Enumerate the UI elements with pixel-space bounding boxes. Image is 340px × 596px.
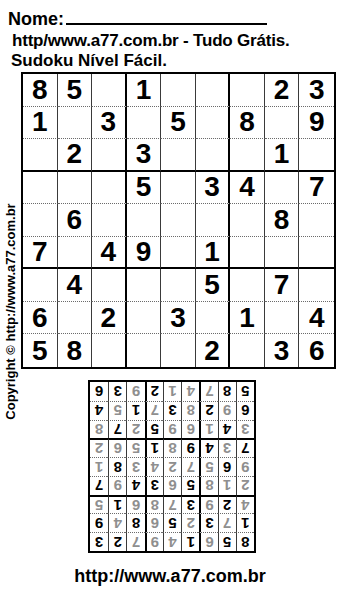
puzzle-cell-r6c1: 7 [23,237,58,270]
puzzle-cell-r4c5 [161,172,196,205]
solution-cell-r7c6: 5 [145,420,163,439]
solution-cell-r5c1: 9 [236,457,254,476]
puzzle-cell-r2c8 [265,107,300,140]
solution-cell-r7c9: 8 [90,420,108,439]
solution-cell-r5c7: 3 [126,457,144,476]
puzzle-cell-r7c5 [161,269,196,302]
puzzle-cell-r8c5: 3 [161,302,196,335]
puzzle-cell-r5c4 [127,204,162,237]
puzzle-cell-r2c9: 9 [299,107,334,140]
solution-cell-r3c8: 1 [108,495,126,514]
solution-cell-r4c7: 4 [126,476,144,495]
solution-cell-r8c3: 2 [199,401,217,420]
puzzle-cell-r7c9 [299,269,334,302]
solution-cell-r5c9: 1 [90,457,108,476]
puzzle-cell-r4c8 [265,172,300,205]
solution-cell-r8c4: 8 [181,401,199,420]
solution-cell-r4c9: 7 [90,476,108,495]
copyright-vertical-text: Copyright © http://www.a77.com.br [3,162,20,462]
footer-url: http://www.a77.com.br [0,566,340,587]
puzzle-cell-r8c3: 2 [92,302,127,335]
solution-cell-r6c9: 2 [90,438,108,457]
puzzle-cell-r3c4: 3 [127,139,162,172]
solution-cell-r7c2: 4 [218,420,236,439]
solution-cell-r9c3: 7 [199,382,217,401]
puzzle-cell-r9c6: 2 [196,334,231,367]
solution-cell-r8c8: 5 [108,401,126,420]
solution-cell-r5c8: 8 [108,457,126,476]
site-tagline: http/www.a77.com.br - Tudo Grátis. [12,31,290,51]
puzzle-cell-r5c5 [161,204,196,237]
solution-sudoku-grid-rotated: 8561497231732568494293786152185634979657… [88,380,256,553]
puzzle-cell-r7c4 [127,269,162,302]
solution-cell-r6c5: 8 [163,438,181,457]
puzzle-cell-r1c7 [230,74,265,107]
puzzle-cell-r5c6 [196,204,231,237]
solution-cell-r8c9: 4 [90,401,108,420]
solution-cell-r3c9: 5 [90,495,108,514]
puzzle-cell-r8c9: 4 [299,302,334,335]
solution-cell-r1c6: 9 [145,532,163,551]
puzzle-cell-r9c2: 8 [58,334,93,367]
puzzle-cell-r6c6: 1 [196,237,231,270]
puzzle-cell-r3c2: 2 [58,139,93,172]
puzzle-cell-r9c5 [161,334,196,367]
solution-cell-r4c6: 3 [145,476,163,495]
puzzle-cell-r6c8 [265,237,300,270]
puzzle-cell-r6c9 [299,237,334,270]
puzzle-cell-r4c9: 7 [299,172,334,205]
puzzle-cell-r4c2 [58,172,93,205]
solution-cell-r7c5: 9 [163,420,181,439]
puzzle-cell-r5c9 [299,204,334,237]
puzzle-cell-r2c6 [196,107,231,140]
puzzle-cell-r6c4: 9 [127,237,162,270]
puzzle-cell-r9c7 [230,334,265,367]
puzzle-cell-r1c3 [92,74,127,107]
solution-cell-r9c8: 3 [108,382,126,401]
solution-cell-r7c1: 3 [236,420,254,439]
puzzle-cell-r7c2: 4 [58,269,93,302]
puzzle-cell-r5c7 [230,204,265,237]
solution-cell-r3c4: 3 [181,495,199,514]
puzzle-cell-r3c3 [92,139,127,172]
solution-cell-r1c7: 7 [126,532,144,551]
page: { "header": { "name_label": "Nome:", "si… [0,0,340,596]
solution-cell-r5c4: 7 [181,457,199,476]
puzzle-cell-r4c3 [92,172,127,205]
solution-cell-r2c4: 2 [181,513,199,532]
solution-cell-r8c5: 3 [163,401,181,420]
solution-cell-r3c7: 6 [126,495,144,514]
solution-cell-r5c6: 4 [145,457,163,476]
solution-cell-r3c1: 4 [236,495,254,514]
solution-cell-r6c1: 7 [236,438,254,457]
puzzle-cell-r7c1 [23,269,58,302]
puzzle-cell-r7c8: 7 [265,269,300,302]
solution-cell-r8c7: 1 [126,401,144,420]
puzzle-cell-r1c1: 8 [23,74,58,107]
name-underline [66,6,267,25]
solution-cell-r9c7: 9 [126,382,144,401]
solution-cell-r6c7: 5 [126,438,144,457]
puzzle-cell-r2c1: 1 [23,107,58,140]
solution-cell-r8c6: 7 [145,401,163,420]
solution-cell-r9c6: 2 [145,382,163,401]
puzzle-cell-r3c8: 1 [265,139,300,172]
puzzle-cell-r9c8: 3 [265,334,300,367]
solution-cell-r6c3: 4 [199,438,217,457]
puzzle-cell-r9c4 [127,334,162,367]
solution-cell-r1c2: 5 [218,532,236,551]
puzzle-cell-r1c2: 5 [58,74,93,107]
puzzle-cell-r6c7 [230,237,265,270]
main-sudoku-grid: 851231358923153476874914576231458236 [21,72,336,369]
solution-cell-r8c2: 9 [218,401,236,420]
solution-cell-r5c5: 2 [163,457,181,476]
solution-cell-r6c8: 6 [108,438,126,457]
puzzle-cell-r5c2: 6 [58,204,93,237]
puzzle-cell-r3c1 [23,139,58,172]
puzzle-cell-r4c1 [23,172,58,205]
puzzle-cell-r3c7 [230,139,265,172]
solution-cell-r1c5: 4 [163,532,181,551]
puzzle-cell-r7c7 [230,269,265,302]
puzzle-cell-r1c6 [196,74,231,107]
puzzle-cell-r3c6 [196,139,231,172]
solution-cell-r1c1: 8 [236,532,254,551]
puzzle-cell-r9c9: 6 [299,334,334,367]
solution-cell-r2c9: 9 [90,513,108,532]
puzzle-cell-r8c7: 1 [230,302,265,335]
puzzle-cell-r2c5: 5 [161,107,196,140]
puzzle-cell-r5c8: 8 [265,204,300,237]
solution-cell-r9c4: 4 [181,382,199,401]
puzzle-cell-r1c4: 1 [127,74,162,107]
puzzle-cell-r2c3: 3 [92,107,127,140]
puzzle-cell-r8c8 [265,302,300,335]
solution-cell-r9c2: 8 [218,382,236,401]
solution-cell-r4c5: 6 [163,476,181,495]
puzzle-cell-r4c7: 4 [230,172,265,205]
solution-cell-r3c2: 2 [218,495,236,514]
name-label: Nome: [8,9,64,29]
puzzle-cell-r8c2 [58,302,93,335]
solution-cell-r3c3: 9 [199,495,217,514]
puzzle-cell-r8c4 [127,302,162,335]
solution-cell-r2c7: 8 [126,513,144,532]
puzzle-cell-r1c9: 3 [299,74,334,107]
solution-cell-r3c5: 7 [163,495,181,514]
solution-cell-r9c1: 5 [236,382,254,401]
puzzle-cell-r2c2 [58,107,93,140]
solution-cell-r1c4: 1 [181,532,199,551]
solution-cell-r7c8: 7 [108,420,126,439]
solution-cell-r4c4: 5 [181,476,199,495]
solution-cell-r4c8: 9 [108,476,126,495]
puzzle-cell-r5c3 [92,204,127,237]
puzzle-cell-r3c9 [299,139,334,172]
puzzle-cell-r9c1: 5 [23,334,58,367]
puzzle-cell-r8c6 [196,302,231,335]
puzzle-cell-r2c4 [127,107,162,140]
solution-cell-r1c9: 3 [90,532,108,551]
solution-cell-r2c3: 3 [199,513,217,532]
puzzle-cell-r8c1: 6 [23,302,58,335]
solution-cell-r4c1: 2 [236,476,254,495]
solution-cell-r7c3: 1 [199,420,217,439]
solution-cell-r2c2: 7 [218,513,236,532]
puzzle-cell-r6c2 [58,237,93,270]
solution-cell-r8c1: 6 [236,401,254,420]
solution-cell-r5c2: 6 [218,457,236,476]
solution-cell-r9c5: 1 [163,382,181,401]
solution-cell-r4c3: 8 [199,476,217,495]
solution-cell-r1c3: 6 [199,532,217,551]
solution-cell-r2c6: 6 [145,513,163,532]
puzzle-cell-r1c8: 2 [265,74,300,107]
puzzle-cell-r4c6: 3 [196,172,231,205]
puzzle-cell-r5c1 [23,204,58,237]
puzzle-cell-r2c7: 8 [230,107,265,140]
solution-cell-r5c3: 5 [199,457,217,476]
puzzle-cell-r6c3: 4 [92,237,127,270]
puzzle-cell-r6c5 [161,237,196,270]
puzzle-cell-r9c3 [92,334,127,367]
solution-cell-r7c4: 6 [181,420,199,439]
solution-cell-r7c7: 2 [126,420,144,439]
solution-cell-r4c2: 1 [218,476,236,495]
name-row: Nome: [8,6,267,30]
solution-cell-r1c8: 2 [108,532,126,551]
solution-cell-r9c9: 6 [90,382,108,401]
puzzle-cell-r1c5 [161,74,196,107]
solution-cell-r3c6: 8 [145,495,163,514]
solution-cell-r6c6: 1 [145,438,163,457]
solution-cell-r2c8: 4 [108,513,126,532]
puzzle-cell-r4c4: 5 [127,172,162,205]
solution-cell-r6c4: 9 [181,438,199,457]
solution-cell-r2c5: 5 [163,513,181,532]
puzzle-title: Sudoku Nível Fácil. [11,51,167,71]
puzzle-cell-r7c3 [92,269,127,302]
solution-cell-r2c1: 1 [236,513,254,532]
solution-cell-r6c2: 3 [218,438,236,457]
puzzle-cell-r7c6: 5 [196,269,231,302]
puzzle-cell-r3c5 [161,139,196,172]
